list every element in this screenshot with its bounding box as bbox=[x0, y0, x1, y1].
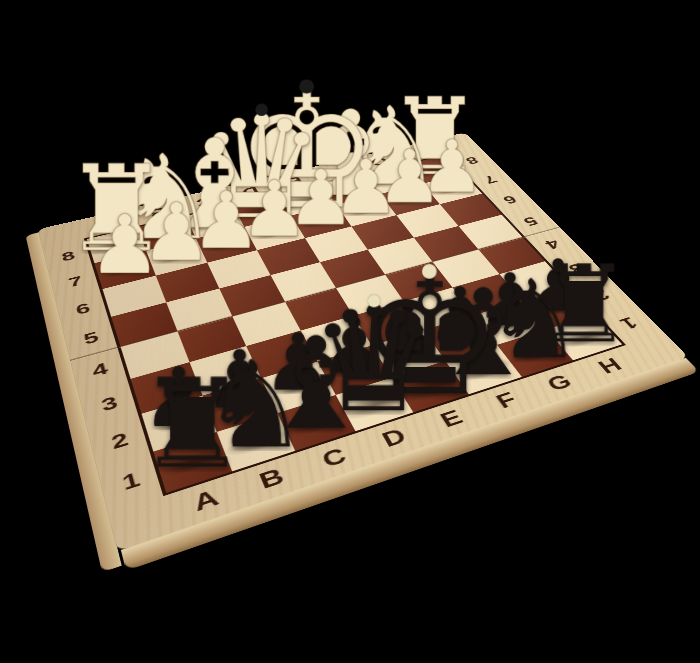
rank-label-left-1: 1 bbox=[120, 468, 143, 495]
rank-label-left-2: 2 bbox=[109, 428, 131, 453]
file-label-bottom-h: H bbox=[593, 354, 626, 378]
file-label-bottom-a: A bbox=[190, 485, 222, 517]
rank-label-right-6: 6 bbox=[499, 193, 520, 206]
rank-label-left-5: 5 bbox=[82, 328, 101, 348]
file-label-bottom-b: B bbox=[256, 464, 288, 495]
file-label-bottom-e: E bbox=[436, 406, 467, 432]
file-label-bottom-c: C bbox=[318, 443, 351, 472]
file-label-bottom-g: G bbox=[542, 370, 577, 395]
rank-label-left-7: 7 bbox=[67, 273, 84, 290]
chess-board: 8765432187654321ABCDEFGHABCDEFGH ♜♞♝♚♛♝♞… bbox=[38, 132, 689, 552]
rank-label-left-6: 6 bbox=[74, 300, 92, 318]
rank-label-right-5: 5 bbox=[520, 214, 542, 228]
file-label-bottom-d: D bbox=[378, 424, 411, 452]
photo-scene: 8765432187654321ABCDEFGHABCDEFGH ♜♞♝♚♛♝♞… bbox=[0, 0, 700, 663]
rank-label-left-3: 3 bbox=[99, 392, 120, 415]
rank-label-left-8: 8 bbox=[60, 248, 77, 264]
file-label-bottom-f: F bbox=[491, 388, 521, 413]
finial-tip-icon bbox=[368, 294, 381, 307]
rank-label-left-4: 4 bbox=[90, 359, 110, 380]
